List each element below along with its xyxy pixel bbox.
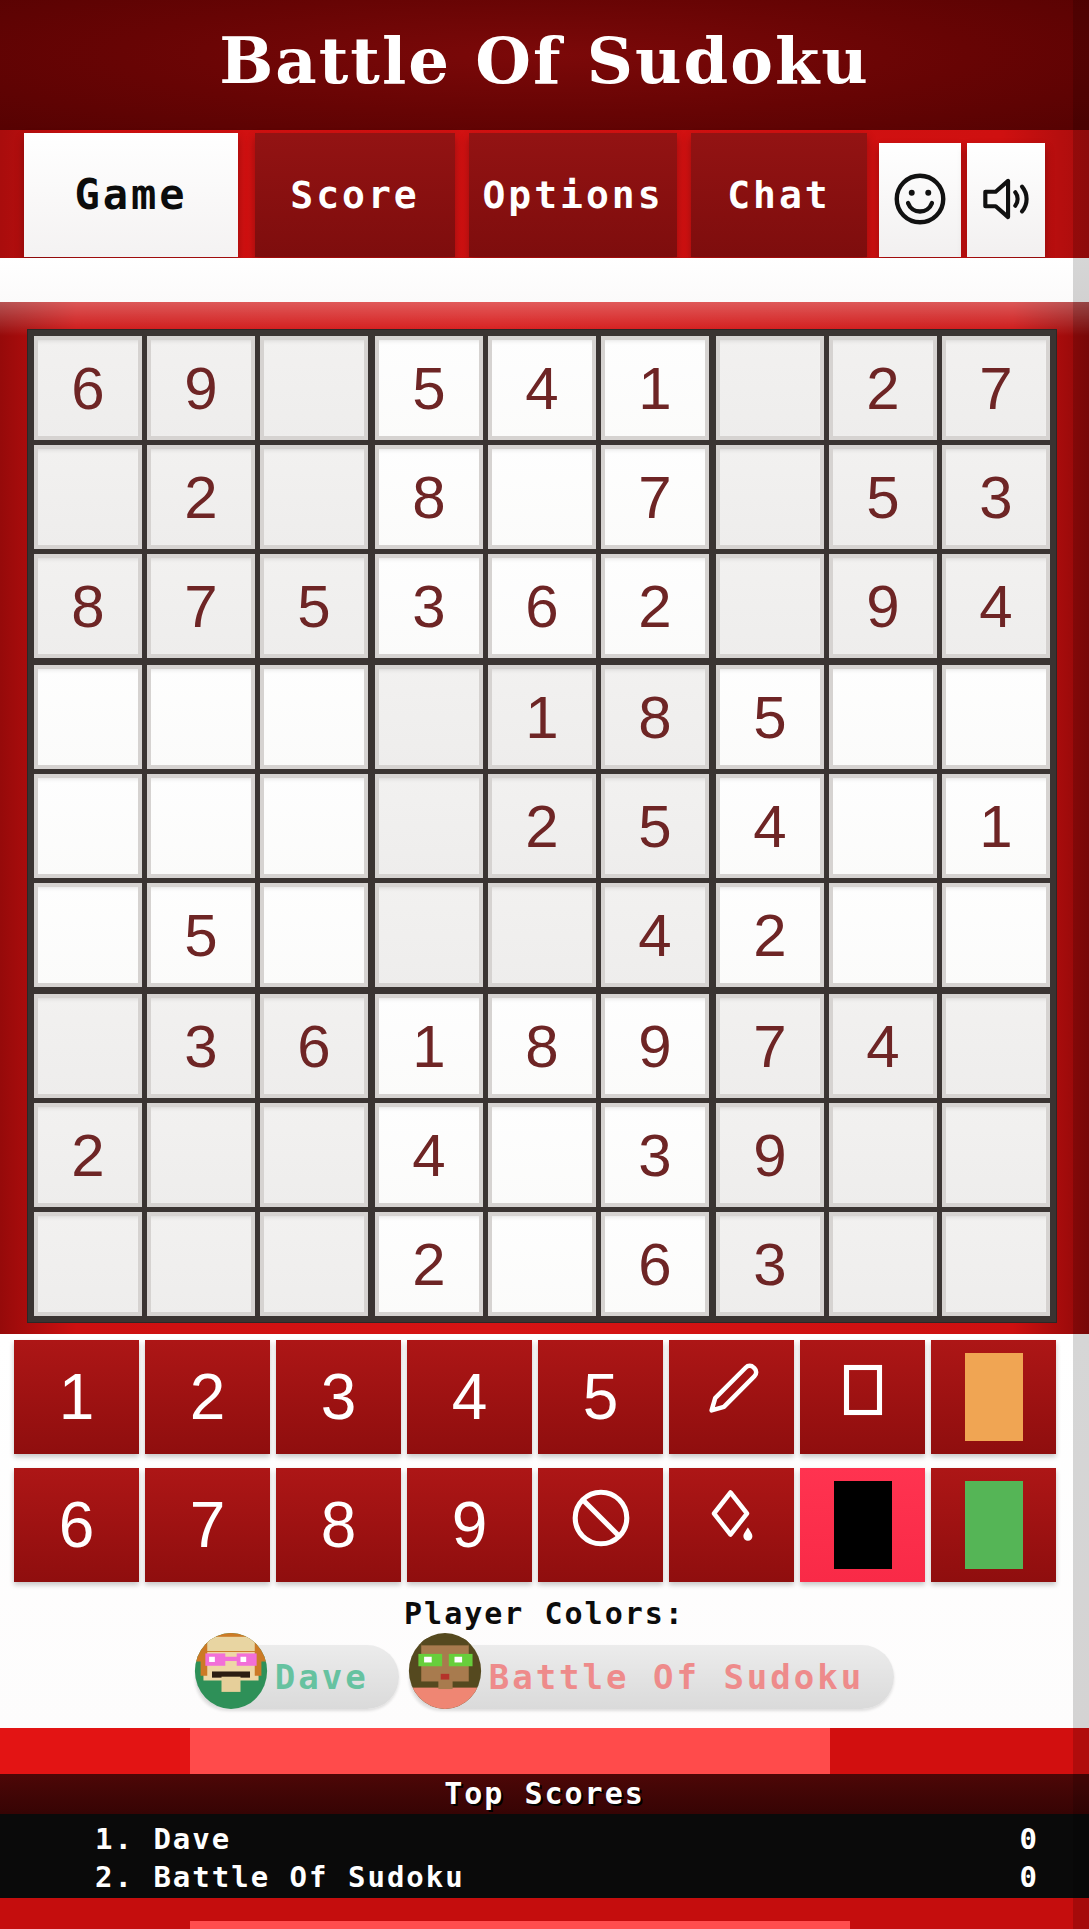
sudoku-cell-r1c6[interactable]: 1 (601, 336, 709, 440)
sudoku-cell-r7c3[interactable]: 6 (260, 994, 368, 1098)
sudoku-cell-r9c2[interactable] (147, 1212, 255, 1316)
pad-digit-3-button[interactable]: 3 (276, 1340, 401, 1454)
pad-digit-8-button[interactable]: 8 (276, 1468, 401, 1582)
tab-score[interactable]: Score (255, 133, 455, 257)
sudoku-cell-r4c3[interactable] (260, 665, 368, 769)
board-panel: 6928755418736227539451825454123621894326… (0, 302, 1089, 1334)
opponent-avatar (409, 1640, 483, 1714)
orange-color-swatch (965, 1353, 1023, 1441)
sudoku-cell-r2c9[interactable]: 3 (942, 445, 1050, 549)
sudoku-cell-r8c4[interactable]: 4 (375, 1103, 483, 1207)
score-row-1: 1. Dave 0 (95, 1820, 1039, 1858)
sudoku-cell-r3c2[interactable]: 7 (147, 554, 255, 658)
app-header: Battle Of Sudoku (0, 0, 1089, 130)
sudoku-cell-r6c7[interactable]: 2 (716, 883, 824, 987)
pad-digit-9-button[interactable]: 9 (407, 1468, 532, 1582)
sudoku-cell-r8c5[interactable] (488, 1103, 596, 1207)
control-area: 12345 6789 Player Colors: (0, 1334, 1089, 1728)
sudoku-cell-r6c6[interactable]: 4 (601, 883, 709, 987)
sudoku-cell-r7c9[interactable] (942, 994, 1050, 1098)
pad-digit-4-button[interactable]: 4 (407, 1340, 532, 1454)
tab-options[interactable]: Options (469, 133, 677, 257)
pad-no-entry-button[interactable] (538, 1468, 663, 1582)
sudoku-cell-r3c7[interactable] (716, 554, 824, 658)
sudoku-cell-r5c6[interactable]: 5 (601, 774, 709, 878)
sudoku-cell-r3c9[interactable]: 4 (942, 554, 1050, 658)
player-chip-opponent: Battle Of Sudoku (409, 1645, 895, 1709)
sudoku-cell-r9c6[interactable]: 6 (601, 1212, 709, 1316)
sudoku-cell-r7c4[interactable]: 1 (375, 994, 483, 1098)
sound-button[interactable] (967, 143, 1045, 257)
tab-bar: Game Score Options Chat (0, 133, 1089, 257)
pad-digit-7-button[interactable]: 7 (145, 1468, 270, 1582)
score-value-2: 0 (1020, 1860, 1039, 1894)
sudoku-cell-r1c3[interactable] (260, 336, 368, 440)
pad-digit-1-button[interactable]: 1 (14, 1340, 139, 1454)
sudoku-box-9: 7493 (716, 994, 1050, 1316)
divider-strip (0, 258, 1089, 302)
pad-pencil-button[interactable] (669, 1340, 794, 1454)
battle-of-sudoku-app: Battle Of Sudoku Game Score Options Chat (0, 0, 1089, 1929)
sudoku-cell-r9c5[interactable] (488, 1212, 596, 1316)
sudoku-cell-r3c5[interactable]: 6 (488, 554, 596, 658)
dave-avatar (195, 1640, 269, 1714)
sudoku-box-8: 1894326 (375, 994, 709, 1316)
sudoku-cell-r8c6[interactable]: 3 (601, 1103, 709, 1207)
sudoku-box-7: 362 (34, 994, 368, 1316)
sudoku-cell-r5c9[interactable]: 1 (942, 774, 1050, 878)
sudoku-cell-r5c3[interactable] (260, 774, 368, 878)
score-row-2: 2. Battle Of Sudoku 0 (95, 1858, 1039, 1896)
no-entry-icon (565, 1482, 637, 1569)
score-name-1: 1. Dave (95, 1822, 231, 1856)
sudoku-cell-r2c6[interactable]: 7 (601, 445, 709, 549)
pad-digit-5-button[interactable]: 5 (538, 1340, 663, 1454)
pad-color-black-button[interactable] (800, 1468, 925, 1582)
sudoku-box-1: 692875 (34, 336, 368, 658)
sudoku-cell-r2c3[interactable] (260, 445, 368, 549)
sudoku-cell-r7c2[interactable]: 3 (147, 994, 255, 1098)
sudoku-cell-r9c4[interactable]: 2 (375, 1212, 483, 1316)
pencil-icon (696, 1354, 768, 1441)
sudoku-cell-r4c7[interactable]: 5 (716, 665, 824, 769)
pad-eraser-drop-button[interactable] (669, 1468, 794, 1582)
sudoku-cell-r8c2[interactable] (147, 1103, 255, 1207)
player-chips: Dave (0, 1645, 1089, 1709)
square-outline-icon (827, 1354, 899, 1441)
sudoku-box-5: 18254 (375, 665, 709, 987)
pad-row-2: 6789 (14, 1468, 1056, 1582)
sudoku-cell-r2c5[interactable] (488, 445, 596, 549)
sudoku-cell-r9c8[interactable] (829, 1212, 937, 1316)
sudoku-cell-r3c4[interactable]: 3 (375, 554, 483, 658)
sudoku-cell-r3c1[interactable]: 8 (34, 554, 142, 658)
pad-color-orange-button[interactable] (931, 1340, 1056, 1454)
sudoku-cell-r5c1[interactable] (34, 774, 142, 878)
sudoku-cell-r9c1[interactable] (34, 1212, 142, 1316)
sudoku-cell-r9c9[interactable] (942, 1212, 1050, 1316)
bottom-bar (0, 1898, 1089, 1929)
top-scores-title: Top Scores (0, 1774, 1089, 1814)
sudoku-cell-r6c4[interactable] (375, 883, 483, 987)
emoji-button[interactable] (879, 143, 961, 257)
score-value-1: 0 (1020, 1822, 1039, 1856)
sudoku-cell-r5c5[interactable]: 2 (488, 774, 596, 878)
sudoku-cell-r4c4[interactable] (375, 665, 483, 769)
sudoku-cell-r3c6[interactable]: 2 (601, 554, 709, 658)
pad-square-outline-button[interactable] (800, 1340, 925, 1454)
sudoku-cell-r4c5[interactable]: 1 (488, 665, 596, 769)
player-chip-dave: Dave (195, 1645, 399, 1709)
sudoku-cell-r7c7[interactable]: 7 (716, 994, 824, 1098)
sudoku-cell-r6c9[interactable] (942, 883, 1050, 987)
sudoku-cell-r1c9[interactable]: 7 (942, 336, 1050, 440)
sudoku-grid: 6928755418736227539451825454123621894326… (28, 330, 1056, 1322)
sudoku-cell-r2c4[interactable]: 8 (375, 445, 483, 549)
sudoku-cell-r2c8[interactable]: 5 (829, 445, 937, 549)
sudoku-cell-r6c3[interactable] (260, 883, 368, 987)
sudoku-cell-r8c7[interactable]: 9 (716, 1103, 824, 1207)
eraser-drop-icon (696, 1482, 768, 1569)
red-separator-bar (0, 1728, 1089, 1774)
black-color-swatch (834, 1481, 892, 1569)
sudoku-cell-r8c8[interactable] (829, 1103, 937, 1207)
sudoku-cell-r6c1[interactable] (34, 883, 142, 987)
sudoku-cell-r4c1[interactable] (34, 665, 142, 769)
player-name-opponent: Battle Of Sudoku (489, 1657, 865, 1697)
sudoku-cell-r5c4[interactable] (375, 774, 483, 878)
sudoku-cell-r4c6[interactable]: 8 (601, 665, 709, 769)
sudoku-cell-r6c5[interactable] (488, 883, 596, 987)
top-scores-list: 1. Dave 0 2. Battle Of Sudoku 0 (0, 1814, 1089, 1898)
sudoku-box-3: 275394 (716, 336, 1050, 658)
pad-digit-2-button[interactable]: 2 (145, 1340, 270, 1454)
sudoku-cell-r5c2[interactable] (147, 774, 255, 878)
sudoku-cell-r8c1[interactable]: 2 (34, 1103, 142, 1207)
sudoku-cell-r1c4[interactable]: 5 (375, 336, 483, 440)
sudoku-cell-r2c7[interactable] (716, 445, 824, 549)
sudoku-cell-r6c2[interactable]: 5 (147, 883, 255, 987)
sudoku-cell-r9c7[interactable]: 3 (716, 1212, 824, 1316)
sudoku-cell-r3c8[interactable]: 9 (829, 554, 937, 658)
sudoku-cell-r8c3[interactable] (260, 1103, 368, 1207)
pad-digit-6-button[interactable]: 6 (14, 1468, 139, 1582)
sudoku-cell-r7c5[interactable]: 8 (488, 994, 596, 1098)
sudoku-cell-r1c8[interactable]: 2 (829, 336, 937, 440)
speaker-icon (975, 168, 1037, 233)
sudoku-cell-r8c9[interactable] (942, 1103, 1050, 1207)
player-colors-label: Player Colors: (0, 1596, 1089, 1631)
app-title: Battle Of Sudoku (0, 0, 1089, 122)
sudoku-cell-r4c8[interactable] (829, 665, 937, 769)
pad-color-green-button[interactable] (931, 1468, 1056, 1582)
sudoku-cell-r2c1[interactable] (34, 445, 142, 549)
sudoku-box-4: 5 (34, 665, 368, 987)
sudoku-cell-r7c6[interactable]: 9 (601, 994, 709, 1098)
sudoku-cell-r5c8[interactable] (829, 774, 937, 878)
score-name-2: 2. Battle Of Sudoku (95, 1860, 465, 1894)
sudoku-cell-r1c2[interactable]: 9 (147, 336, 255, 440)
player-name-dave: Dave (275, 1657, 369, 1697)
sudoku-cell-r6c8[interactable] (829, 883, 937, 987)
sudoku-cell-r9c3[interactable] (260, 1212, 368, 1316)
sudoku-cell-r7c1[interactable] (34, 994, 142, 1098)
pad-row-1: 12345 (14, 1340, 1056, 1454)
sudoku-cell-r3c3[interactable]: 5 (260, 554, 368, 658)
sudoku-box-6: 5412 (716, 665, 1050, 987)
tab-chat[interactable]: Chat (691, 133, 867, 257)
sudoku-cell-r1c7[interactable] (716, 336, 824, 440)
sudoku-cell-r1c1[interactable]: 6 (34, 336, 142, 440)
sudoku-box-2: 54187362 (375, 336, 709, 658)
sudoku-cell-r7c8[interactable]: 4 (829, 994, 937, 1098)
tab-game[interactable]: Game (24, 133, 238, 257)
smiley-icon (889, 168, 951, 233)
sudoku-cell-r4c2[interactable] (147, 665, 255, 769)
sudoku-cell-r4c9[interactable] (942, 665, 1050, 769)
sudoku-cell-r2c2[interactable]: 2 (147, 445, 255, 549)
sudoku-cell-r1c5[interactable]: 4 (488, 336, 596, 440)
green-color-swatch (965, 1481, 1023, 1569)
sudoku-cell-r5c7[interactable]: 4 (716, 774, 824, 878)
